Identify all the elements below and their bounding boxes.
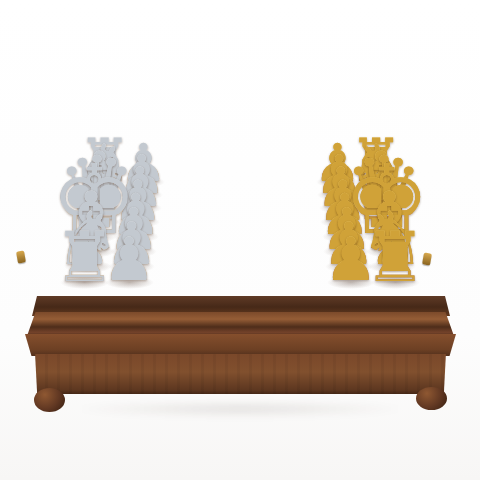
square-b4 <box>201 189 240 202</box>
square-e8 <box>365 230 409 244</box>
square-b6 <box>280 189 320 202</box>
square-a4 <box>202 176 240 188</box>
square-a2 <box>123 176 163 188</box>
piece-shadow <box>120 189 163 201</box>
piece-white-queen: ♛ <box>57 145 136 233</box>
product-photo-chess-set: ♜♟♟♜♞♟♟♞♝♟♟♝♛♟♟♛♚♟♟♚♝♟♟♝♞♟♟♞♜♟♟♜ <box>0 0 480 480</box>
bun-foot-right <box>416 387 447 410</box>
board-grid <box>61 176 419 291</box>
square-f2 <box>111 244 155 259</box>
square-h7 <box>329 275 375 291</box>
bun-foot-left <box>34 388 65 412</box>
square-g2 <box>109 260 154 275</box>
chessboard <box>39 171 441 299</box>
piece-shadow <box>366 245 413 258</box>
piece-white-pawn: ♟ <box>113 174 163 229</box>
square-b5 <box>241 189 280 202</box>
piece-shadow <box>323 245 370 258</box>
piece-black-pawn: ♟ <box>317 161 366 215</box>
square-f6 <box>283 244 326 259</box>
square-b1 <box>81 189 122 202</box>
square-d8 <box>363 216 406 230</box>
piece-shadow <box>361 216 406 228</box>
square-f3 <box>154 244 197 259</box>
piece-white-pawn: ♟ <box>105 215 158 274</box>
piece-black-pawn: ♟ <box>319 187 370 243</box>
square-d5 <box>241 216 282 230</box>
square-f4 <box>197 244 239 259</box>
piece-black-bishop: ♝ <box>348 143 415 217</box>
piece-shadow <box>77 202 121 214</box>
piece-shadow <box>317 189 360 201</box>
square-a6 <box>279 176 318 188</box>
piece-shadow <box>357 189 400 201</box>
piece-shadow <box>64 260 112 273</box>
piece-shadow <box>320 216 365 228</box>
square-e6 <box>282 230 324 244</box>
square-e4 <box>198 230 239 244</box>
piece-black-rook: ♜ <box>364 223 426 292</box>
square-a5 <box>241 176 279 188</box>
piece-white-pawn: ♟ <box>120 137 167 189</box>
piece-white-bishop: ♝ <box>56 182 127 261</box>
piece-white-knight: ♞ <box>55 202 121 276</box>
piece-shadow <box>115 216 160 228</box>
piece-shadow <box>368 260 416 273</box>
square-d4 <box>199 216 240 230</box>
square-e5 <box>241 230 282 244</box>
piece-black-knight: ♞ <box>349 136 409 203</box>
square-g1 <box>65 260 111 275</box>
square-b2 <box>121 189 162 202</box>
piece-shadow <box>371 276 420 289</box>
base-molding-bead <box>27 312 454 336</box>
square-d2 <box>116 216 158 230</box>
floor-shadow <box>70 400 410 418</box>
square-d1 <box>75 216 118 230</box>
piece-black-king: ♚ <box>343 152 429 248</box>
square-h1 <box>61 275 108 291</box>
piece-white-bishop: ♝ <box>66 143 133 217</box>
piece-black-knight: ♞ <box>359 202 425 276</box>
piece-shadow <box>108 260 156 273</box>
piece-shadow <box>322 230 368 243</box>
piece-shadow <box>68 245 115 258</box>
piece-shadow <box>327 276 376 289</box>
square-a8 <box>357 176 397 188</box>
piece-white-king: ♚ <box>51 152 137 248</box>
piece-shadow <box>316 176 359 188</box>
piece-white-pawn: ♟ <box>102 230 156 290</box>
square-c6 <box>281 202 321 215</box>
brass-latch-right <box>422 252 432 265</box>
base-plinth <box>33 354 448 394</box>
square-g3 <box>153 260 197 275</box>
square-h8 <box>373 275 420 291</box>
square-f8 <box>368 244 413 259</box>
square-e7 <box>324 230 367 244</box>
piece-black-pawn: ♟ <box>322 215 375 274</box>
square-b3 <box>161 189 201 202</box>
piece-white-pawn: ♟ <box>108 201 160 259</box>
square-f7 <box>325 244 369 259</box>
piece-white-pawn: ♟ <box>118 149 166 202</box>
square-h3 <box>151 275 196 291</box>
square-d7 <box>322 216 364 230</box>
square-c8 <box>361 202 403 215</box>
piece-black-pawn: ♟ <box>321 201 373 259</box>
square-e1 <box>71 230 115 244</box>
piece-shadow <box>83 176 126 188</box>
square-h4 <box>196 275 240 291</box>
piece-black-pawn: ♟ <box>324 230 378 290</box>
piece-shadow <box>122 176 165 188</box>
piece-shadow <box>319 202 363 214</box>
board-rim <box>39 171 441 299</box>
square-g4 <box>197 260 240 275</box>
piece-white-pawn: ♟ <box>111 187 162 243</box>
square-c4 <box>200 202 240 215</box>
square-c5 <box>241 202 281 215</box>
square-f1 <box>68 244 113 259</box>
square-c7 <box>321 202 362 215</box>
piece-shadow <box>71 230 117 243</box>
piece-shadow <box>355 176 398 188</box>
square-g5 <box>241 260 284 275</box>
piece-shadow <box>60 276 109 289</box>
square-c1 <box>78 202 120 215</box>
piece-shadow <box>105 276 154 289</box>
square-b7 <box>319 189 359 202</box>
square-a7 <box>318 176 358 188</box>
piece-shadow <box>325 260 373 273</box>
piece-shadow <box>113 230 159 243</box>
square-h2 <box>106 275 152 291</box>
brass-latch-left <box>16 250 26 263</box>
board-sheen <box>39 171 441 299</box>
piece-shadow <box>359 202 403 214</box>
piece-white-rook: ♜ <box>78 130 132 190</box>
square-b8 <box>359 189 400 202</box>
square-g7 <box>327 260 372 275</box>
piece-shadow <box>74 216 119 228</box>
piece-black-queen: ♛ <box>344 145 423 233</box>
square-e3 <box>156 230 198 244</box>
piece-shadow <box>363 230 409 243</box>
square-g8 <box>370 260 416 275</box>
square-h6 <box>285 275 330 291</box>
piece-black-bishop: ♝ <box>354 182 425 261</box>
piece-black-pawn: ♟ <box>314 137 361 189</box>
square-d3 <box>158 216 199 230</box>
piece-white-rook: ♜ <box>54 223 116 292</box>
piece-shadow <box>110 245 157 258</box>
piece-black-pawn: ♟ <box>318 174 368 229</box>
square-c3 <box>159 202 200 215</box>
square-h5 <box>241 275 285 291</box>
square-e2 <box>114 230 157 244</box>
piece-white-knight: ♞ <box>72 136 132 203</box>
piece-white-pawn: ♟ <box>115 161 164 215</box>
square-c2 <box>119 202 160 215</box>
square-d6 <box>281 216 322 230</box>
piece-shadow <box>118 202 162 214</box>
square-a1 <box>84 176 124 188</box>
piece-shadow <box>80 189 123 201</box>
piece-black-rook: ♜ <box>349 130 403 190</box>
base-molding-cove <box>25 334 456 356</box>
piece-black-pawn: ♟ <box>315 149 363 202</box>
square-a3 <box>162 176 201 188</box>
square-f5 <box>241 244 283 259</box>
square-g6 <box>284 260 328 275</box>
board-margin <box>48 173 432 296</box>
